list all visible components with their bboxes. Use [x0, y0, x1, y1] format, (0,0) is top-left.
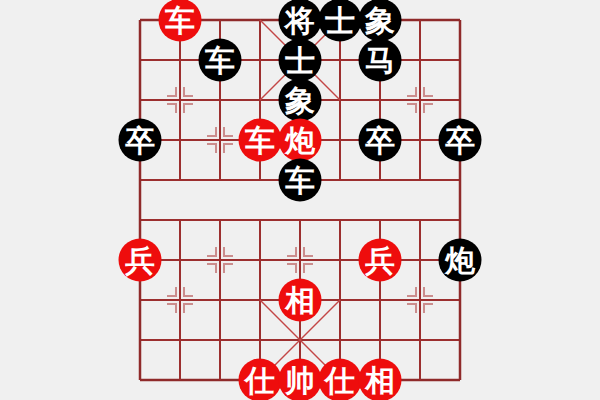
piece-red-chariot[interactable]: 车 — [239, 119, 282, 162]
board-point: 马 — [360, 40, 400, 80]
board-point: 卒 — [440, 120, 480, 160]
piece-black-soldier[interactable]: 卒 — [439, 119, 482, 162]
piece-black-elephant[interactable]: 象 — [359, 0, 402, 42]
board-point: 车 — [240, 120, 280, 160]
board-point: 车 — [200, 40, 240, 80]
piece-red-elephant[interactable]: 相 — [279, 279, 322, 322]
board-point: 象 — [280, 80, 320, 120]
piece-red-elephant[interactable]: 相 — [359, 359, 402, 400]
board-point: 帅 — [280, 360, 320, 400]
piece-red-soldier[interactable]: 兵 — [119, 239, 162, 282]
board-point: 炮 — [440, 240, 480, 280]
board-point: 将 — [280, 0, 320, 40]
board-point: 兵 — [120, 240, 160, 280]
piece-red-king[interactable]: 帅 — [279, 359, 322, 400]
piece-black-soldier[interactable]: 卒 — [119, 119, 162, 162]
piece-red-chariot[interactable]: 车 — [159, 0, 202, 42]
piece-black-king[interactable]: 将 — [279, 0, 322, 42]
board-point: 车 — [280, 160, 320, 200]
board-point: 士 — [280, 40, 320, 80]
piece-red-cannon[interactable]: 炮 — [279, 119, 322, 162]
board-point: 仕 — [320, 360, 360, 400]
piece-red-advisor[interactable]: 仕 — [319, 359, 362, 400]
piece-red-advisor[interactable]: 仕 — [239, 359, 282, 400]
board-point: 卒 — [360, 120, 400, 160]
board-point: 仕 — [240, 360, 280, 400]
board-point: 炮 — [280, 120, 320, 160]
piece-black-advisor[interactable]: 士 — [319, 0, 362, 42]
piece-black-cannon[interactable]: 炮 — [439, 239, 482, 282]
piece-black-elephant[interactable]: 象 — [279, 79, 322, 122]
board-point: 车 — [160, 0, 200, 40]
xiangqi-board[interactable]: 车将士象车士马象卒车炮卒卒车兵兵炮相仕帅仕相 — [120, 0, 480, 400]
board-point: 士 — [320, 0, 360, 40]
piece-black-horse[interactable]: 马 — [359, 39, 402, 82]
piece-red-soldier[interactable]: 兵 — [359, 239, 402, 282]
piece-black-soldier[interactable]: 卒 — [359, 119, 402, 162]
board-point: 兵 — [360, 240, 400, 280]
piece-black-chariot[interactable]: 车 — [279, 159, 322, 202]
board-point: 相 — [280, 280, 320, 320]
board-point: 相 — [360, 360, 400, 400]
piece-black-advisor[interactable]: 士 — [279, 39, 322, 82]
piece-black-chariot[interactable]: 车 — [199, 39, 242, 82]
board-point: 卒 — [120, 120, 160, 160]
xiangqi-app: 车将士象车士马象卒车炮卒卒车兵兵炮相仕帅仕相 — [0, 0, 600, 400]
board-point: 象 — [360, 0, 400, 40]
